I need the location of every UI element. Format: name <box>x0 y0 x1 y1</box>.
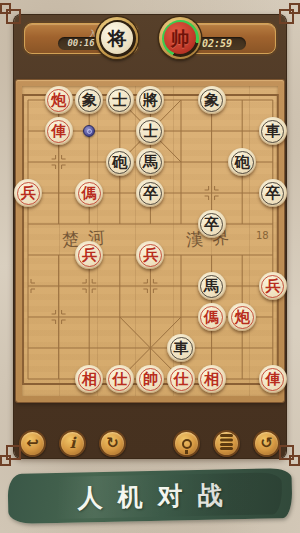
undo-button[interactable]: ↩ <box>19 430 46 457</box>
corner-fret-ornament <box>279 445 294 460</box>
lightbulb-icon <box>182 439 192 449</box>
piece-black-士[interactable]: 士 <box>106 86 134 114</box>
piece-red-俥[interactable]: 俥 <box>259 365 287 393</box>
refresh-cycle-icon: ↻ <box>106 436 119 451</box>
piece-red-相[interactable]: 相 <box>198 365 226 393</box>
piece-red-仕[interactable]: 仕 <box>167 365 195 393</box>
red-general-icon: 帅 <box>164 22 196 54</box>
piece-black-砲[interactable]: 砲 <box>106 148 134 176</box>
xiangqi-board[interactable]: 楚河 漢界 18 炮象士將象俥士車砲馬砲兵傌卒卒卒兵兵馬兵傌炮車相仕帥仕相俥 <box>16 80 284 402</box>
undo-arrow-icon: ↩ <box>26 436 39 451</box>
piece-red-相[interactable]: 相 <box>75 365 103 393</box>
piece-black-車[interactable]: 車 <box>259 117 287 145</box>
piece-black-卒[interactable]: 卒 <box>259 179 287 207</box>
piece-red-兵[interactable]: 兵 <box>259 272 287 300</box>
piece-red-兵[interactable]: 兵 <box>75 241 103 269</box>
menu-button[interactable] <box>213 430 240 457</box>
corner-fret-ornament <box>6 445 21 460</box>
piece-red-傌[interactable]: 傌 <box>75 179 103 207</box>
piece-black-車[interactable]: 車 <box>167 334 195 362</box>
restart-button[interactable]: ↺ <box>253 430 280 457</box>
move-count: 18 <box>256 230 269 241</box>
piece-red-仕[interactable]: 仕 <box>106 365 134 393</box>
piece-red-兵[interactable]: 兵 <box>14 179 42 207</box>
piece-black-象[interactable]: 象 <box>75 86 103 114</box>
piece-red-俥[interactable]: 俥 <box>45 117 73 145</box>
info-button[interactable]: i <box>59 430 86 457</box>
hint-button[interactable] <box>173 430 200 457</box>
menu-bars-icon <box>220 434 233 437</box>
piece-red-炮[interactable]: 炮 <box>45 86 73 114</box>
corner-fret-ornament <box>6 9 21 24</box>
mode-banner: 人机对战 <box>8 468 293 524</box>
info-icon: i <box>70 436 76 451</box>
opponent-side-badge: 将 <box>96 17 138 59</box>
piece-red-傌[interactable]: 傌 <box>198 303 226 331</box>
black-general-icon: 将 <box>101 22 133 54</box>
app-screen: 入门1 00:16 将 您 02:59 帅 楚河 漢界 18 炮象士將象俥士車砲… <box>0 0 300 533</box>
player-side-badge: 帅 <box>159 17 201 59</box>
piece-black-象[interactable]: 象 <box>198 86 226 114</box>
flip-board-button[interactable]: ↻ <box>99 430 126 457</box>
piece-black-馬[interactable]: 馬 <box>198 272 226 300</box>
piece-black-砲[interactable]: 砲 <box>228 148 256 176</box>
corner-fret-ornament <box>279 9 294 24</box>
restart-arrow-icon: ↺ <box>260 436 273 451</box>
mode-banner-label: 人机对战 <box>62 478 238 515</box>
piece-black-卒[interactable]: 卒 <box>198 210 226 238</box>
piece-red-炮[interactable]: 炮 <box>228 303 256 331</box>
